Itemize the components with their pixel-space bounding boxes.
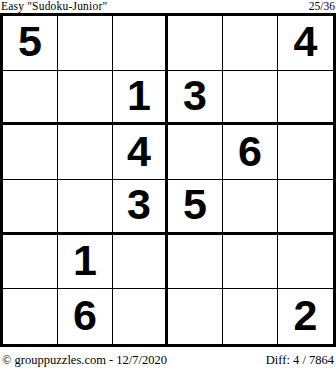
cell-r2c1[interactable] [3, 71, 58, 126]
page-header: Easy "Sudoku-Junior" 25/36 [0, 0, 336, 13]
cell-r2c2[interactable] [58, 71, 113, 126]
cell-r6c2[interactable]: 6 [58, 289, 113, 344]
cell-r5c3[interactable] [113, 235, 168, 290]
sudoku-junior-page: Easy "Sudoku-Junior" 25/36 54134635162 ©… [0, 0, 336, 370]
cell-r2c4[interactable]: 3 [168, 71, 223, 126]
puzzle-title: Easy "Sudoku-Junior" [1, 0, 107, 12]
puzzle-counter: 25/36 [309, 0, 335, 12]
cell-r3c5[interactable]: 6 [223, 125, 278, 180]
cell-r4c3[interactable]: 3 [113, 180, 168, 235]
given-digit: 6 [238, 130, 262, 173]
cell-r6c1[interactable] [3, 289, 58, 344]
given-digit: 3 [127, 183, 151, 226]
cell-r4c2[interactable] [58, 180, 113, 235]
cell-r4c4[interactable]: 5 [168, 180, 223, 235]
given-digit: 4 [127, 130, 151, 173]
cell-r6c5[interactable] [223, 289, 278, 344]
cell-r3c6[interactable] [278, 125, 333, 180]
cell-r1c1[interactable]: 5 [3, 16, 58, 71]
cell-r2c6[interactable] [278, 71, 333, 126]
cell-r3c3[interactable]: 4 [113, 125, 168, 180]
cell-r2c5[interactable] [223, 71, 278, 126]
cell-r1c4[interactable] [168, 16, 223, 71]
difficulty-text: Diff: 4 / 7864 [266, 353, 334, 367]
given-digit: 1 [73, 239, 97, 282]
sudoku-grid: 54134635162 [0, 13, 336, 347]
cell-r1c6[interactable]: 4 [278, 16, 333, 71]
cell-r1c2[interactable] [58, 16, 113, 71]
cell-r4c5[interactable] [223, 180, 278, 235]
cell-r3c1[interactable] [3, 125, 58, 180]
page-footer: © grouppuzzles.com - 12/7/2020 Diff: 4 /… [0, 347, 336, 367]
cell-r6c3[interactable] [113, 289, 168, 344]
cell-r3c4[interactable] [168, 125, 223, 180]
given-digit: 1 [127, 74, 151, 117]
cell-r5c6[interactable] [278, 235, 333, 290]
cell-r5c5[interactable] [223, 235, 278, 290]
cell-r6c4[interactable] [168, 289, 223, 344]
cell-r4c6[interactable] [278, 180, 333, 235]
cell-r2c3[interactable]: 1 [113, 71, 168, 126]
cell-r4c1[interactable] [3, 180, 58, 235]
given-digit: 6 [73, 294, 97, 337]
cell-r5c1[interactable] [3, 235, 58, 290]
cell-r5c4[interactable] [168, 235, 223, 290]
given-digit: 5 [18, 20, 42, 63]
cell-r1c3[interactable] [113, 16, 168, 71]
given-digit: 4 [294, 20, 318, 63]
given-digit: 2 [294, 294, 318, 337]
cell-r6c6[interactable]: 2 [278, 289, 333, 344]
copyright-text: © grouppuzzles.com - 12/7/2020 [2, 353, 167, 367]
given-digit: 5 [183, 183, 207, 226]
cell-r3c2[interactable] [58, 125, 113, 180]
cell-r1c5[interactable] [223, 16, 278, 71]
cell-r5c2[interactable]: 1 [58, 235, 113, 290]
given-digit: 3 [183, 74, 207, 117]
